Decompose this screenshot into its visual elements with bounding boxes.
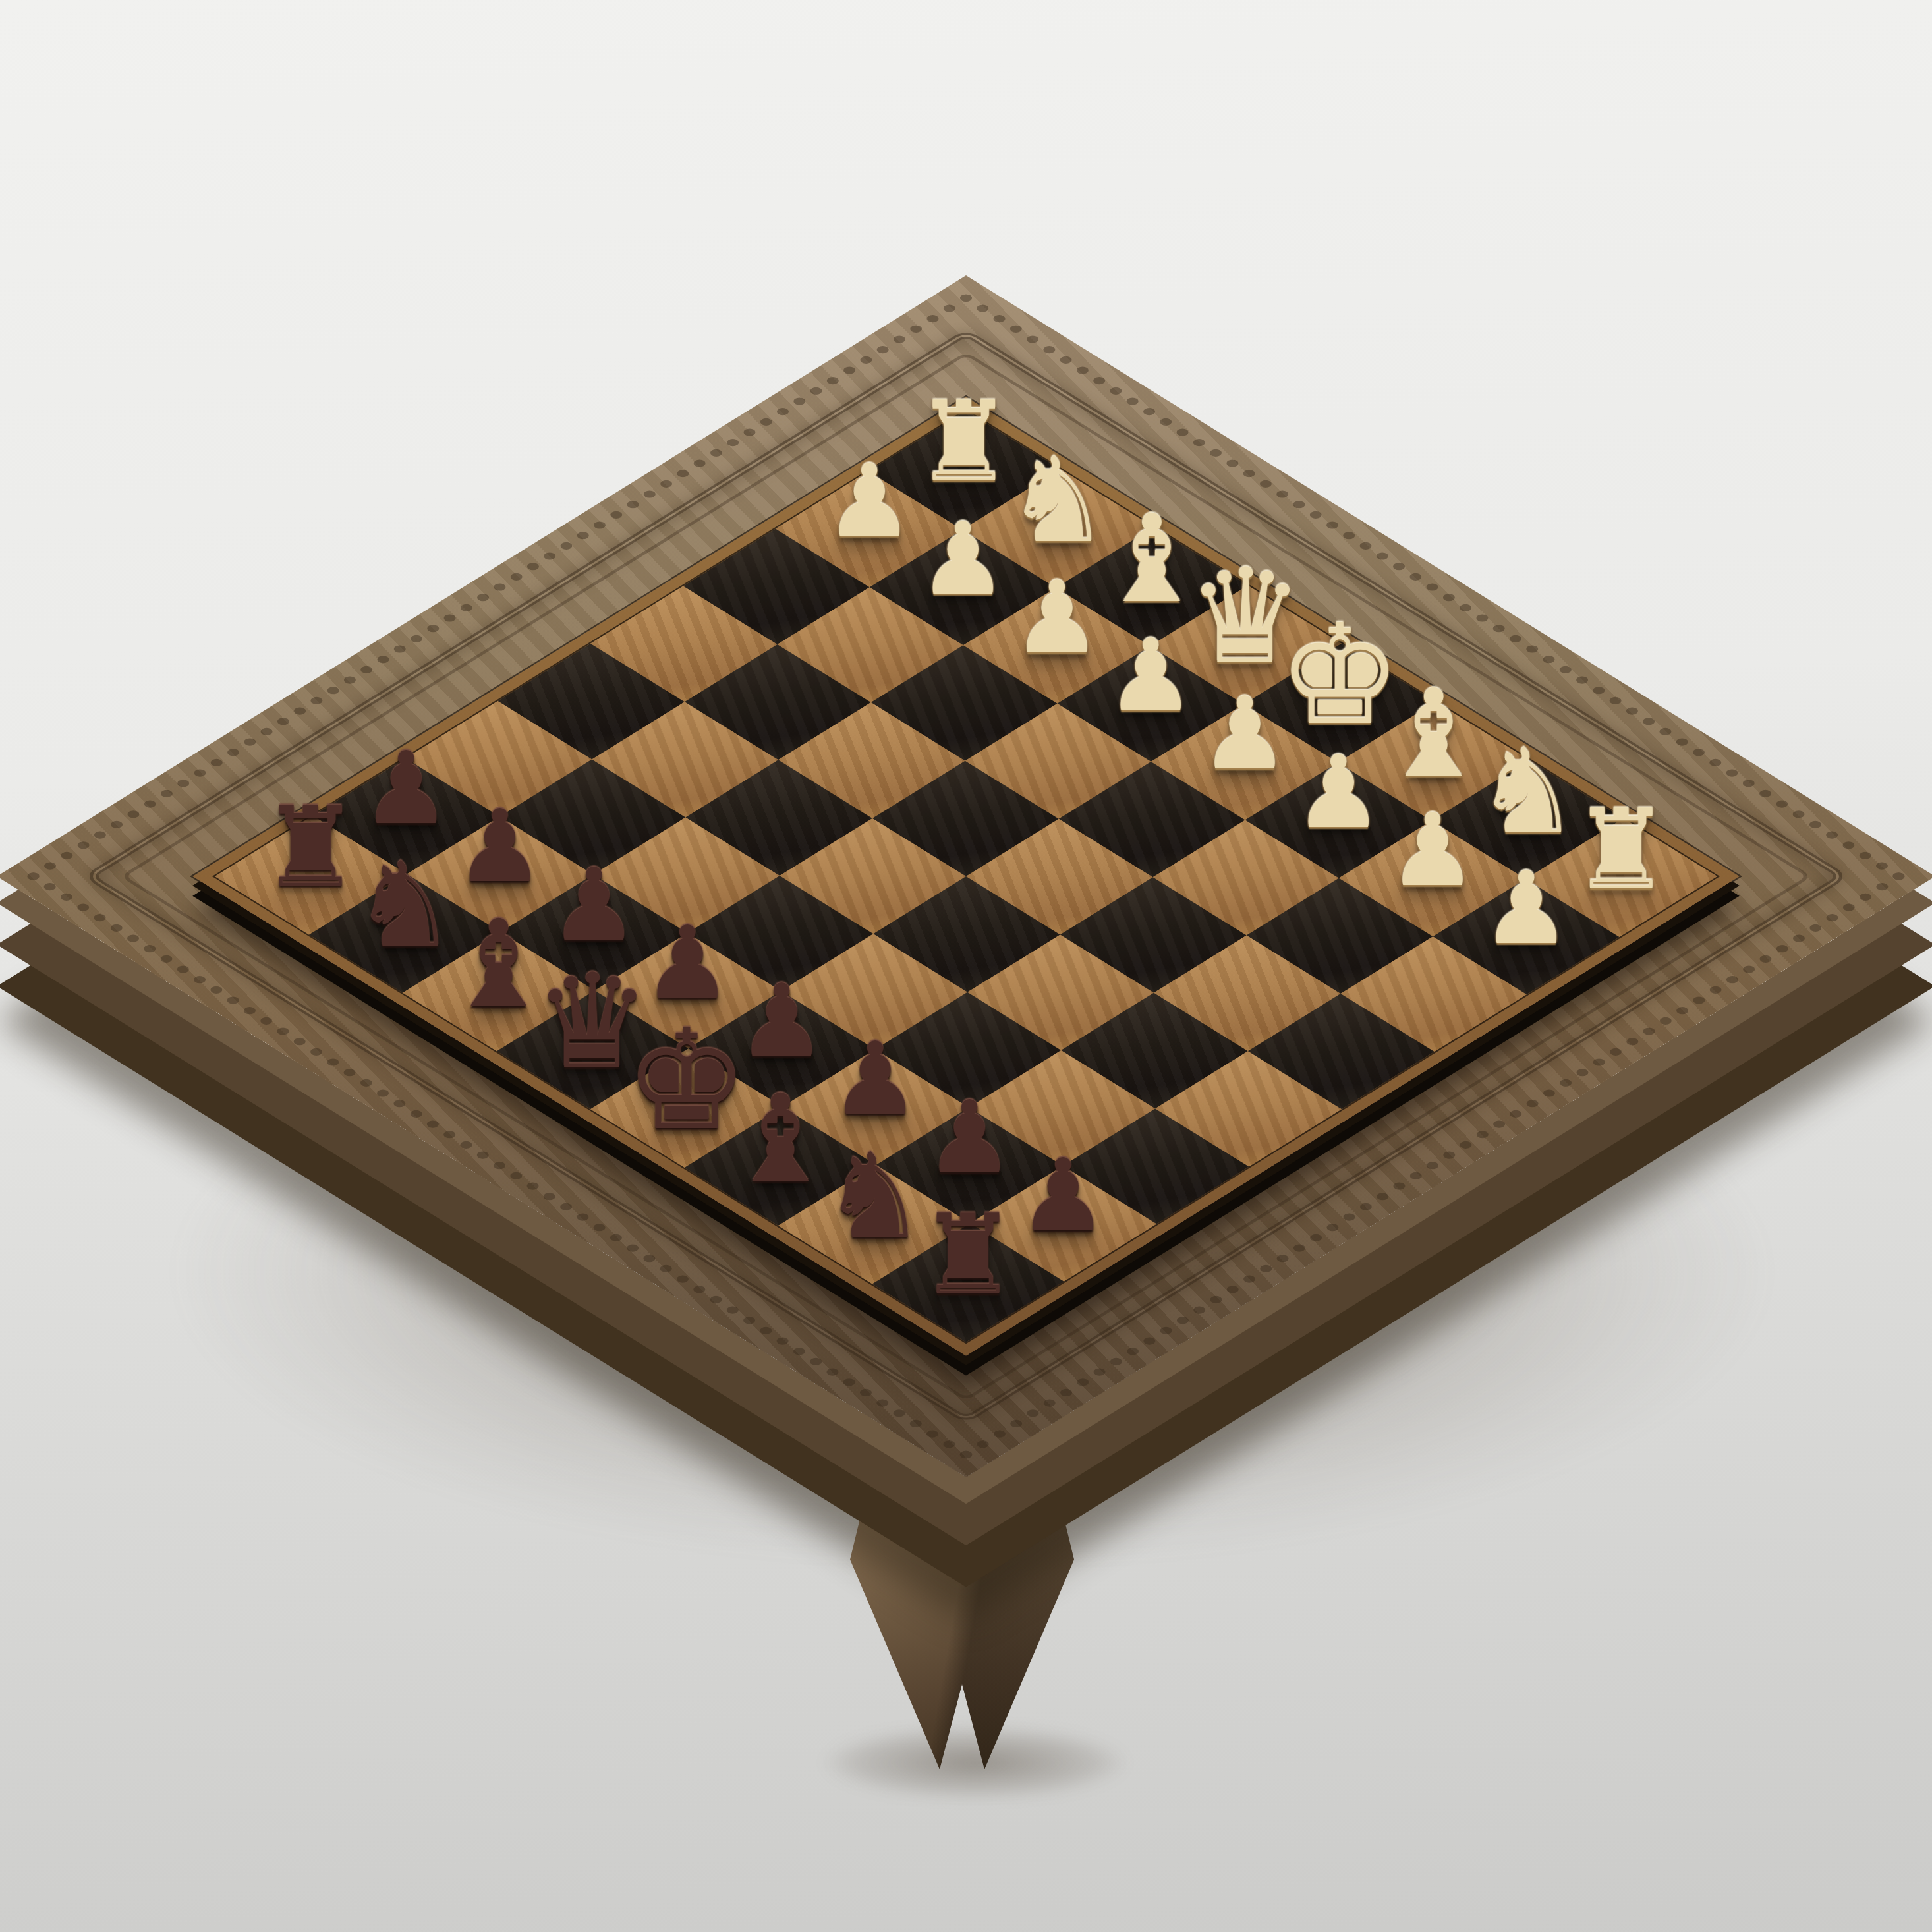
piece-black-pawn[interactable]: ♟ [642,913,732,1013]
piece-black-pawn[interactable]: ♟ [549,855,639,955]
piece-black-rook[interactable]: ♜ [919,1199,1018,1310]
piece-white-pawn[interactable]: ♟ [1387,801,1477,901]
piece-white-rook[interactable]: ♜ [915,387,1014,497]
piece-black-pawn[interactable]: ♟ [924,1088,1014,1188]
piece-white-pawn[interactable]: ♟ [824,451,913,552]
piece-white-pawn[interactable]: ♟ [1011,568,1101,668]
piece-black-pawn[interactable]: ♟ [1018,1146,1108,1246]
photo-scene: ♜♞♝♛♚♝♞♜♟♟♟♟♟♟♟♟♟♟♟♟♟♟♟♟♜♞♝♛♚♝♞♜ [0,0,1932,1932]
piece-black-rook[interactable]: ♜ [261,792,360,903]
piece-white-bishop[interactable]: ♝ [1379,673,1488,794]
piece-black-knight[interactable]: ♞ [352,847,457,964]
piece-black-pawn[interactable]: ♟ [455,797,544,897]
piece-white-pawn[interactable]: ♟ [1199,684,1289,784]
piece-black-pawn[interactable]: ♟ [830,1029,920,1129]
piece-black-bishop[interactable]: ♝ [726,1078,835,1199]
piece-white-rook[interactable]: ♜ [1572,795,1671,905]
piece-white-pawn[interactable]: ♟ [918,509,1008,610]
piece-white-pawn[interactable]: ♟ [1293,743,1383,843]
piece-black-knight[interactable]: ♞ [822,1138,927,1255]
piece-white-pawn[interactable]: ♟ [1481,859,1571,959]
piece-white-pawn[interactable]: ♟ [1106,626,1195,726]
piece-white-knight[interactable]: ♞ [1006,442,1111,559]
piece-black-pawn[interactable]: ♟ [361,739,451,839]
piece-white-knight[interactable]: ♞ [1475,733,1580,851]
piece-black-pawn[interactable]: ♟ [737,971,826,1071]
